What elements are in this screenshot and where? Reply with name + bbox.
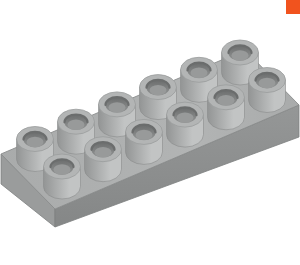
stud-hole-floor bbox=[95, 147, 112, 157]
lego-part-photo bbox=[0, 0, 300, 265]
stud-hole-floor bbox=[54, 164, 71, 174]
stud-hole-floor bbox=[109, 102, 126, 112]
stud-hole-floor bbox=[232, 50, 249, 60]
stud-hole-floor bbox=[218, 95, 235, 105]
stud-hole-floor bbox=[191, 68, 208, 78]
duplo-plate-2x6 bbox=[0, 0, 300, 265]
color-swatch bbox=[286, 0, 300, 14]
stud-hole-floor bbox=[177, 112, 194, 122]
stud-hole-floor bbox=[259, 78, 276, 88]
stud-hole-floor bbox=[68, 120, 85, 130]
stud-hole-floor bbox=[27, 137, 44, 147]
stud-hole-floor bbox=[150, 85, 167, 95]
stud-hole-floor bbox=[136, 130, 153, 140]
